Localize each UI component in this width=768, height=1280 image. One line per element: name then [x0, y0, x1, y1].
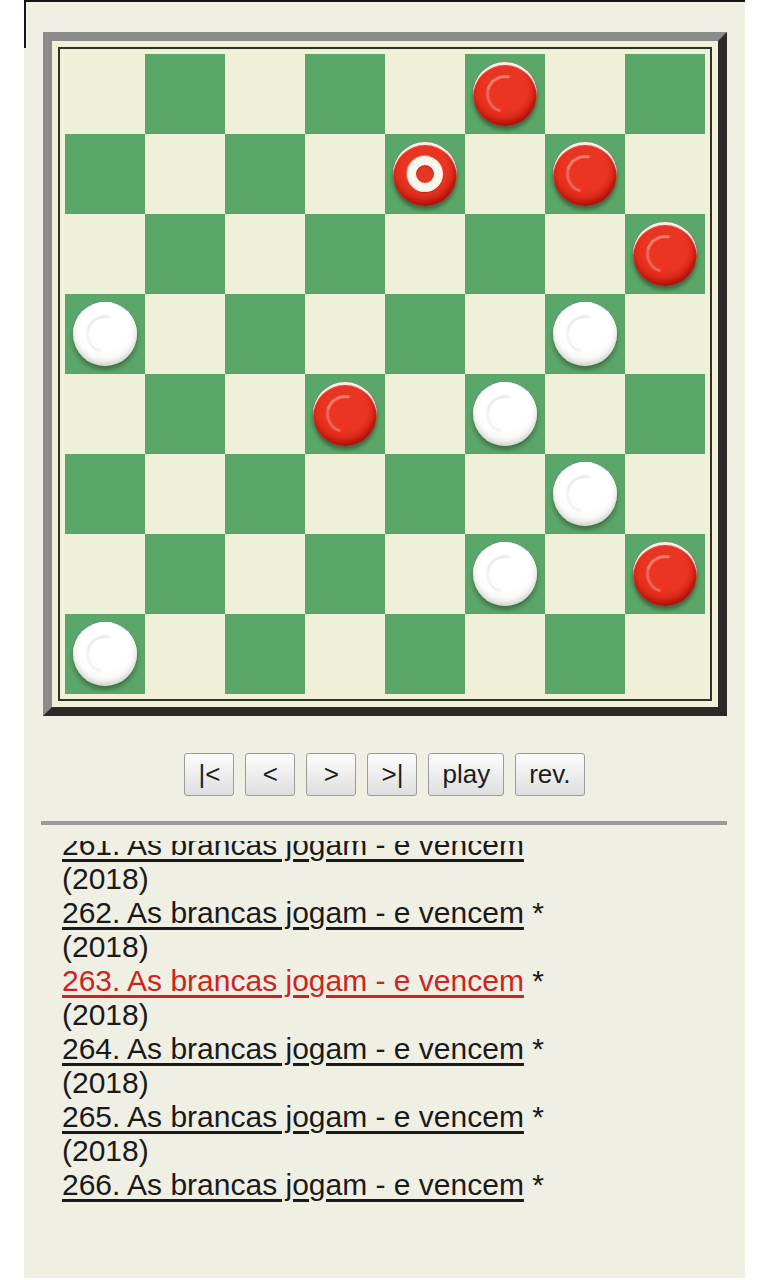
last-move-button[interactable]: >|	[367, 753, 417, 796]
puzzle-suffix: *	[524, 896, 544, 929]
board-square[interactable]	[465, 294, 545, 374]
board-square[interactable]	[545, 454, 625, 534]
board-square[interactable]	[65, 534, 145, 614]
board-square[interactable]	[545, 534, 625, 614]
list-item: 266. As brancas jogam - e vencem *	[62, 1168, 725, 1202]
board-square[interactable]	[625, 454, 705, 534]
list-item: 263. As brancas jogam - e vencem *	[62, 964, 725, 998]
white-man-piece[interactable]	[73, 302, 137, 366]
puzzle-link-265[interactable]: 265. As brancas jogam - e vencem	[62, 1100, 524, 1133]
board-square[interactable]	[305, 214, 385, 294]
board-square[interactable]	[625, 54, 705, 134]
board-square[interactable]	[65, 54, 145, 134]
red-man-piece[interactable]	[553, 142, 617, 206]
board-square[interactable]	[225, 614, 305, 694]
board-square[interactable]	[385, 374, 465, 454]
board-square[interactable]	[305, 54, 385, 134]
puzzle-suffix: *	[524, 1100, 544, 1133]
board-square[interactable]	[145, 454, 225, 534]
puzzle-link-261[interactable]: 261. As brancas jogam - e vencem	[62, 841, 524, 861]
list-item: 261. As brancas jogam - e vencem	[62, 841, 725, 862]
board-square[interactable]	[65, 294, 145, 374]
app-background: |< < > >| play rev. 261. As brancas joga…	[24, 0, 745, 1278]
board-square[interactable]	[305, 294, 385, 374]
reverse-button[interactable]: rev.	[515, 753, 584, 796]
board-square[interactable]	[385, 214, 465, 294]
board-square[interactable]	[545, 374, 625, 454]
board-square[interactable]	[625, 134, 705, 214]
board-square[interactable]	[145, 534, 225, 614]
list-item: 265. As brancas jogam - e vencem *	[62, 1100, 725, 1134]
board-square[interactable]	[625, 534, 705, 614]
board-square[interactable]	[465, 214, 545, 294]
puzzle-suffix: *	[524, 1168, 544, 1201]
board-square[interactable]	[545, 614, 625, 694]
board-square[interactable]	[385, 294, 465, 374]
checkers-board-frame	[43, 32, 727, 716]
puzzle-year: (2018)	[62, 930, 725, 964]
board-square[interactable]	[305, 134, 385, 214]
board-inner-border	[58, 47, 712, 701]
puzzle-list-scroll: 261. As brancas jogam - e vencem (2018) …	[62, 841, 725, 1202]
board-square[interactable]	[465, 134, 545, 214]
white-man-piece[interactable]	[553, 302, 617, 366]
red-man-piece[interactable]	[633, 542, 697, 606]
puzzle-year: (2018)	[62, 1066, 725, 1100]
first-move-button[interactable]: |<	[184, 753, 234, 796]
board-square[interactable]	[145, 294, 225, 374]
board-square[interactable]	[65, 454, 145, 534]
board-square[interactable]	[385, 454, 465, 534]
board-square[interactable]	[225, 54, 305, 134]
board-square[interactable]	[305, 454, 385, 534]
board-square[interactable]	[305, 374, 385, 454]
board-square[interactable]	[225, 374, 305, 454]
board-square[interactable]	[465, 454, 545, 534]
next-move-button[interactable]: >	[306, 753, 356, 796]
board-square[interactable]	[65, 374, 145, 454]
board-square[interactable]	[545, 134, 625, 214]
board-square[interactable]	[225, 134, 305, 214]
board-square[interactable]	[225, 214, 305, 294]
board-square[interactable]	[65, 614, 145, 694]
red-man-piece[interactable]	[313, 382, 377, 446]
board-square[interactable]	[545, 294, 625, 374]
puzzle-year: (2018)	[62, 862, 725, 896]
board-square[interactable]	[465, 54, 545, 134]
white-man-piece[interactable]	[473, 382, 537, 446]
board-square[interactable]	[625, 214, 705, 294]
prev-move-button[interactable]: <	[245, 753, 295, 796]
board-square[interactable]	[225, 534, 305, 614]
play-button[interactable]: play	[428, 753, 504, 796]
board-square[interactable]	[465, 374, 545, 454]
board-square[interactable]	[65, 214, 145, 294]
list-item: 262. As brancas jogam - e vencem *	[62, 896, 725, 930]
board-square[interactable]	[225, 294, 305, 374]
board-square[interactable]	[145, 614, 225, 694]
board-square[interactable]	[465, 534, 545, 614]
board-square[interactable]	[625, 374, 705, 454]
board-square[interactable]	[305, 534, 385, 614]
board-square[interactable]	[145, 374, 225, 454]
board-square[interactable]	[145, 214, 225, 294]
puzzle-year: (2018)	[62, 998, 725, 1032]
puzzle-link-263-current[interactable]: 263. As brancas jogam - e vencem	[62, 964, 524, 997]
board-square[interactable]	[385, 534, 465, 614]
board-square[interactable]	[225, 454, 305, 534]
puzzle-link-266[interactable]: 266. As brancas jogam - e vencem	[62, 1168, 524, 1201]
puzzle-suffix: *	[524, 1032, 544, 1065]
board-square[interactable]	[305, 614, 385, 694]
puzzle-link-262[interactable]: 262. As brancas jogam - e vencem	[62, 896, 524, 929]
board-square[interactable]	[385, 54, 465, 134]
board-square[interactable]	[65, 134, 145, 214]
red-man-piece[interactable]	[473, 62, 537, 126]
board-square[interactable]	[465, 614, 545, 694]
puzzle-link-264[interactable]: 264. As brancas jogam - e vencem	[62, 1032, 524, 1065]
toolbar: |< < > >| play rev.	[24, 753, 745, 796]
list-separator	[41, 821, 727, 825]
puzzle-suffix: *	[524, 964, 544, 997]
red-man-piece[interactable]	[633, 222, 697, 286]
white-man-piece[interactable]	[473, 542, 537, 606]
red-king-piece[interactable]	[393, 142, 457, 206]
list-item: 264. As brancas jogam - e vencem *	[62, 1032, 725, 1066]
board-square[interactable]	[625, 614, 705, 694]
board-square[interactable]	[625, 294, 705, 374]
board-square[interactable]	[385, 134, 465, 214]
board-square[interactable]	[145, 134, 225, 214]
board-square[interactable]	[385, 614, 465, 694]
white-man-piece[interactable]	[73, 622, 137, 686]
puzzle-list: 261. As brancas jogam - e vencem (2018) …	[62, 841, 725, 1202]
board-square[interactable]	[145, 54, 225, 134]
puzzle-year: (2018)	[62, 1134, 725, 1168]
white-man-piece[interactable]	[553, 462, 617, 526]
board-square[interactable]	[545, 214, 625, 294]
board-square[interactable]	[545, 54, 625, 134]
board-grid	[65, 54, 705, 694]
